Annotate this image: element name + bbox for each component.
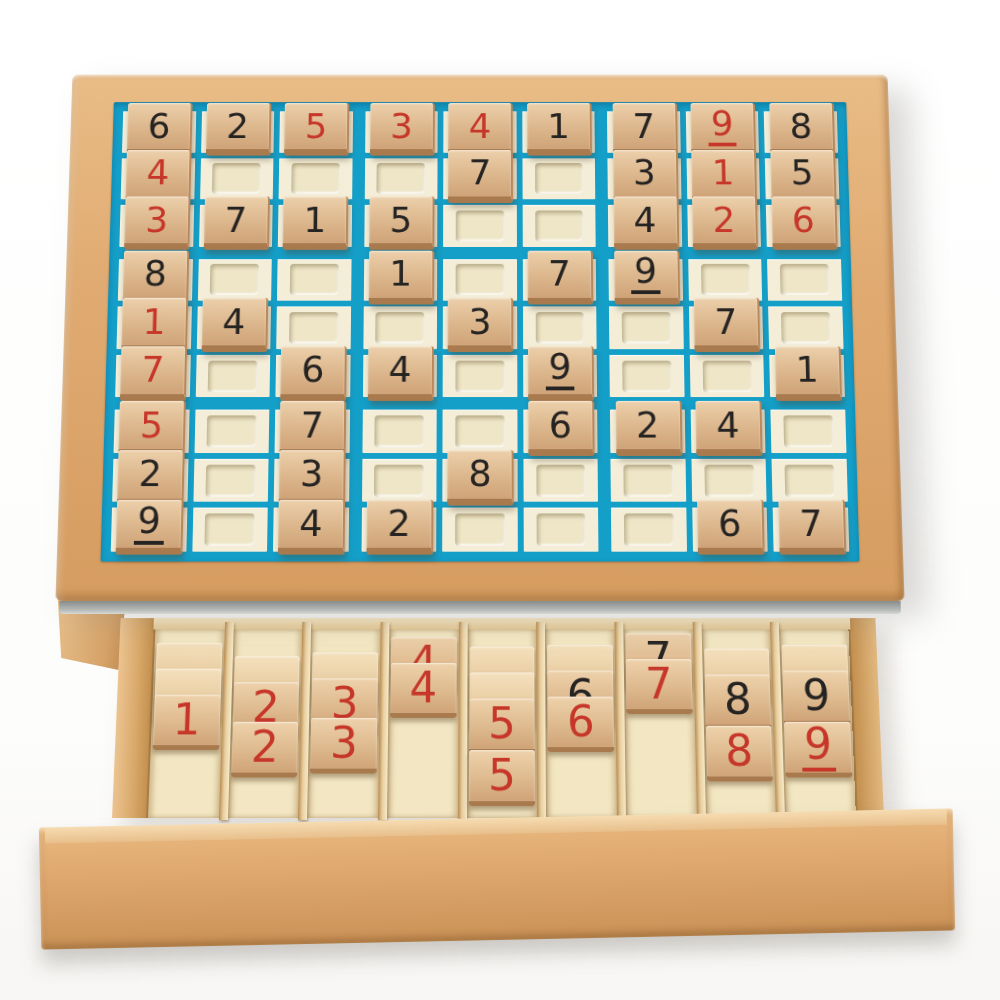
- cell-r9c9[interactable]: 7: [773, 508, 849, 552]
- tile-digit: 6: [546, 408, 575, 444]
- tile-digit: 4: [713, 408, 743, 444]
- empty-cell-recess: [622, 312, 671, 343]
- tile-digit: 3: [387, 109, 416, 143]
- number-tile-4[interactable]: 4: [201, 298, 268, 352]
- cell-r5c7[interactable]: [609, 307, 683, 349]
- cell-r8c9[interactable]: [772, 459, 848, 502]
- cell-r4c7[interactable]: 9: [609, 259, 683, 301]
- number-tile-7[interactable]: 7: [120, 346, 187, 400]
- cell-r1c3[interactable]: 5: [279, 111, 352, 152]
- tile-digit: 9: [800, 723, 835, 772]
- tile-digit: 4: [466, 109, 494, 143]
- tile-digit: 8: [141, 257, 171, 292]
- empty-cell-recess: [535, 312, 584, 343]
- number-tile-3[interactable]: 3: [613, 150, 678, 203]
- cell-r9c1[interactable]: 9: [111, 508, 187, 552]
- empty-cell-recess: [536, 514, 586, 546]
- tile-digit: 9: [134, 503, 164, 545]
- cell-r9c4[interactable]: 2: [361, 508, 436, 552]
- drawer-tile-6[interactable]: 6: [548, 697, 614, 752]
- cell-r1c2[interactable]: 2: [201, 111, 275, 152]
- number-tile-1[interactable]: 1: [283, 197, 349, 250]
- cell-r1c6[interactable]: 1: [522, 111, 595, 152]
- cell-r2c1[interactable]: 4: [121, 158, 195, 199]
- drawer-slot-7[interactable]: 77: [623, 629, 696, 818]
- tile-digit: 7: [297, 408, 327, 444]
- cell-r7c3[interactable]: 7: [275, 410, 350, 453]
- grid-panel: 6254371341757983154268147617349971572394…: [101, 102, 860, 561]
- cell-r4c3[interactable]: [277, 259, 351, 301]
- number-tile-4[interactable]: 4: [368, 346, 434, 400]
- number-tile-2[interactable]: 2: [615, 401, 682, 456]
- drawer-slot-4[interactable]: 44: [387, 629, 459, 818]
- cell-r4c5[interactable]: [443, 259, 517, 301]
- cell-r1c5[interactable]: 4: [444, 111, 517, 152]
- cell-r3c9[interactable]: 6: [766, 205, 840, 247]
- number-tile-7[interactable]: 7: [280, 401, 347, 456]
- number-tile-8[interactable]: 8: [123, 250, 190, 304]
- empty-cell-recess: [205, 514, 255, 546]
- drawer-slot-9[interactable]: 99: [779, 629, 856, 818]
- cell-r4c1[interactable]: 8: [118, 259, 193, 301]
- cell-r6c4[interactable]: 4: [363, 355, 437, 398]
- number-tile-3[interactable]: 3: [124, 197, 190, 250]
- cell-r5c2[interactable]: 4: [196, 307, 271, 349]
- empty-cell-recess: [535, 163, 583, 194]
- empty-cell-recess: [210, 264, 259, 295]
- tile-digit: 3: [630, 156, 659, 190]
- cell-r4c2[interactable]: [197, 259, 271, 301]
- cell-r2c4[interactable]: [364, 158, 437, 199]
- grid-box-9: 2467: [610, 410, 849, 552]
- number-tile-8[interactable]: 8: [448, 450, 514, 505]
- drawer-tile-3[interactable]: 3: [310, 718, 377, 774]
- empty-cell-recess: [290, 264, 339, 295]
- cell-r4c8[interactable]: [688, 259, 762, 301]
- tile-digit: 5: [485, 702, 519, 745]
- number-tile-6[interactable]: 6: [771, 197, 837, 250]
- tile-digit: 7: [642, 663, 676, 705]
- cell-r7c6[interactable]: 6: [523, 410, 598, 453]
- number-tile-7[interactable]: 7: [612, 103, 677, 155]
- cell-r2c9[interactable]: 5: [765, 158, 839, 199]
- cell-r6c2[interactable]: [195, 355, 270, 398]
- tile-drawer[interactable]: 12233445566778899: [112, 618, 884, 818]
- number-tile-3[interactable]: 3: [279, 450, 346, 505]
- tile-digit: 5: [485, 754, 519, 797]
- drawer-tile-9[interactable]: 9: [783, 671, 851, 726]
- number-tile-3[interactable]: 3: [370, 103, 435, 155]
- cell-r5c4[interactable]: [363, 307, 437, 349]
- tile-digit: 4: [143, 156, 172, 190]
- cell-r6c1[interactable]: 7: [115, 355, 190, 398]
- cell-r7c2[interactable]: [194, 410, 269, 453]
- cell-r2c6[interactable]: [522, 158, 595, 199]
- drawer-slot-8[interactable]: 88: [701, 629, 776, 818]
- grid-box-2: 34175: [364, 111, 596, 246]
- cell-r4c6[interactable]: 7: [523, 259, 597, 301]
- tile-digit: 3: [327, 722, 361, 765]
- tile-digit: 3: [142, 203, 172, 238]
- empty-cell-recess: [374, 464, 424, 496]
- tile-digit: 8: [720, 678, 755, 721]
- tile-digit: 7: [138, 352, 168, 387]
- cell-r8c5[interactable]: 8: [443, 459, 518, 502]
- empty-cell-recess: [456, 264, 505, 295]
- number-tile-4[interactable]: 4: [278, 499, 345, 555]
- tile-digit: 9: [545, 349, 574, 390]
- tile-digit: 2: [709, 203, 738, 238]
- cell-r6c5[interactable]: [443, 355, 517, 398]
- tile-digit: 6: [564, 700, 598, 743]
- number-tile-6[interactable]: 6: [127, 103, 193, 155]
- cell-r7c4[interactable]: [362, 410, 437, 453]
- number-tile-2[interactable]: 2: [692, 197, 758, 250]
- tile-digit: 5: [787, 156, 816, 190]
- empty-cell-recess: [377, 163, 425, 194]
- number-tile-7[interactable]: 7: [778, 499, 846, 555]
- number-tile-2[interactable]: 2: [366, 499, 433, 555]
- cell-r4c4[interactable]: 1: [363, 259, 437, 301]
- drawer-slot-6[interactable]: 66: [545, 629, 617, 818]
- cell-r6c8[interactable]: [690, 355, 765, 398]
- tile-digit: 8: [722, 730, 757, 773]
- number-tile-6[interactable]: 6: [281, 346, 347, 400]
- tile-digit: 9: [631, 254, 660, 295]
- cell-r2c5[interactable]: 7: [443, 158, 516, 199]
- tile-digit: 8: [465, 456, 494, 492]
- cell-r5c3[interactable]: [276, 307, 350, 349]
- cell-r1c4[interactable]: 3: [365, 111, 438, 152]
- tile-digit: 9: [799, 674, 834, 716]
- cell-r8c1[interactable]: 2: [112, 459, 188, 502]
- empty-cell-recess: [207, 415, 257, 447]
- number-tile-9[interactable]: 9: [528, 346, 594, 400]
- number-tile-3[interactable]: 3: [448, 298, 514, 352]
- drawer-slots: 12233445566778899: [148, 629, 856, 818]
- cell-r9c7[interactable]: [611, 508, 687, 552]
- empty-cell-recess: [622, 360, 671, 392]
- empty-cell-recess: [784, 415, 834, 447]
- empty-cell-recess: [291, 163, 340, 194]
- cell-r1c8[interactable]: 9: [686, 111, 760, 152]
- number-tile-1[interactable]: 1: [369, 250, 435, 304]
- number-tile-5[interactable]: 5: [119, 401, 186, 456]
- tile-digit: 6: [715, 506, 745, 542]
- empty-cell-recess: [456, 210, 504, 241]
- cell-r3c6[interactable]: [522, 205, 596, 247]
- cell-r3c1[interactable]: 3: [119, 205, 193, 247]
- tile-digit: 4: [296, 506, 326, 542]
- tile-digit: 7: [221, 203, 250, 238]
- number-tile-1[interactable]: 1: [691, 150, 757, 203]
- cell-r2c8[interactable]: 1: [686, 158, 760, 199]
- cell-r3c5[interactable]: [443, 205, 516, 247]
- empty-cell-recess: [208, 360, 258, 392]
- number-tile-8[interactable]: 8: [769, 103, 835, 155]
- number-tile-4[interactable]: 4: [613, 197, 679, 250]
- empty-cell-recess: [536, 464, 586, 496]
- cell-r6c6[interactable]: 9: [523, 355, 597, 398]
- cell-r7c8[interactable]: 4: [691, 410, 766, 453]
- drawer-slot-1[interactable]: 1: [148, 629, 225, 818]
- cell-r5c9[interactable]: [769, 307, 844, 349]
- number-tile-1[interactable]: 1: [527, 103, 592, 155]
- cell-r6c3[interactable]: 6: [276, 355, 351, 398]
- tile-digit: 1: [709, 156, 738, 190]
- grid-box-6: 971: [609, 259, 845, 398]
- number-tile-2[interactable]: 2: [117, 450, 185, 505]
- tile-digit: 1: [544, 109, 573, 143]
- empty-cell-recess: [376, 312, 425, 343]
- tile-digit: 8: [786, 109, 815, 143]
- grid-box-1: 6254371: [119, 111, 352, 246]
- cell-r6c7[interactable]: [610, 355, 685, 398]
- tile-digit: 1: [139, 304, 169, 339]
- tile-digit: 7: [466, 156, 495, 190]
- empty-cell-recess: [704, 464, 754, 496]
- cell-r2c2[interactable]: [200, 158, 274, 199]
- cell-r3c3[interactable]: 1: [278, 205, 352, 247]
- tile-digit: 1: [300, 203, 329, 238]
- number-tile-1[interactable]: 1: [122, 298, 189, 352]
- number-tile-7[interactable]: 7: [694, 298, 761, 352]
- number-tile-4[interactable]: 4: [696, 401, 763, 456]
- board-bottom-edge: [59, 601, 901, 614]
- number-tile-5[interactable]: 5: [369, 197, 434, 250]
- empty-cell-recess: [212, 163, 261, 194]
- number-tile-7[interactable]: 7: [528, 250, 594, 304]
- cell-r5c8[interactable]: 7: [689, 307, 764, 349]
- cell-r8c4[interactable]: [362, 459, 437, 502]
- drawer-slot-2[interactable]: 22: [228, 629, 303, 818]
- cell-r9c2[interactable]: [192, 508, 268, 552]
- tile-digit: 1: [386, 257, 415, 292]
- number-tile-9[interactable]: 9: [116, 499, 184, 555]
- cell-r1c1[interactable]: 6: [122, 111, 196, 152]
- tile-digit: 4: [630, 203, 659, 238]
- tile-digit: 6: [788, 203, 818, 238]
- grid-box-5: 17349: [363, 259, 598, 398]
- tile-digit: 7: [629, 109, 658, 143]
- tile-digit: 2: [135, 456, 165, 492]
- number-tile-1[interactable]: 1: [775, 346, 842, 400]
- empty-cell-recess: [455, 514, 505, 546]
- number-tile-6[interactable]: 6: [697, 499, 765, 555]
- number-tile-5[interactable]: 5: [284, 103, 349, 155]
- cell-r8c7[interactable]: [611, 459, 686, 502]
- cell-r9c6[interactable]: [523, 508, 598, 552]
- cell-r2c3[interactable]: [279, 158, 353, 199]
- tile-digit: 1: [792, 352, 822, 387]
- cell-r3c7[interactable]: 4: [608, 205, 682, 247]
- cell-r8c3[interactable]: 3: [274, 459, 349, 502]
- empty-cell-recess: [289, 312, 338, 343]
- cell-r1c7[interactable]: 7: [607, 111, 680, 152]
- tile-digit: 2: [247, 726, 282, 769]
- tile-digit: 3: [465, 304, 494, 339]
- drawer-front-panel[interactable]: [39, 808, 955, 949]
- sudoku-grid: 6254371341757983154268147617349971572394…: [111, 111, 849, 551]
- tile-digit: 7: [796, 506, 826, 542]
- cell-r7c9[interactable]: [771, 410, 847, 453]
- grid-box-3: 798315426: [607, 111, 840, 246]
- cell-r5c1[interactable]: 1: [116, 307, 191, 349]
- drawer-tile-4[interactable]: 4: [390, 663, 456, 718]
- grid-box-7: 572394: [111, 410, 350, 552]
- cell-r3c8[interactable]: 2: [687, 205, 761, 247]
- cell-r4c9[interactable]: [767, 259, 842, 301]
- tile-digit: 6: [298, 352, 327, 387]
- empty-cell-recess: [624, 464, 674, 496]
- tile-digit: 2: [223, 109, 252, 143]
- empty-cell-recess: [624, 514, 674, 546]
- cell-r3c4[interactable]: 5: [364, 205, 438, 247]
- empty-cell-recess: [206, 464, 256, 496]
- tile-digit: 5: [302, 109, 331, 143]
- tile-digit: 2: [384, 506, 414, 542]
- tile-digit: 7: [545, 257, 574, 292]
- tile-digit: 3: [297, 456, 327, 492]
- tile-digit: 5: [136, 408, 166, 444]
- tile-digit: 2: [633, 408, 663, 444]
- empty-cell-recess: [455, 360, 504, 392]
- drawer-tile-8[interactable]: 8: [704, 674, 771, 729]
- tile-digit: 6: [144, 109, 173, 143]
- number-tile-4[interactable]: 4: [449, 103, 514, 155]
- cell-r3c2[interactable]: 7: [199, 205, 273, 247]
- cell-r8c8[interactable]: [691, 459, 767, 502]
- cell-r6c9[interactable]: 1: [770, 355, 845, 398]
- number-tile-2[interactable]: 2: [206, 103, 272, 155]
- drawer-tile-8[interactable]: 8: [706, 726, 773, 782]
- cell-r5c5[interactable]: 3: [443, 307, 517, 349]
- number-tile-6[interactable]: 6: [528, 401, 594, 456]
- drawer-tile-9[interactable]: 9: [784, 722, 852, 778]
- cell-r7c5[interactable]: [443, 410, 518, 453]
- empty-cell-recess: [780, 264, 829, 295]
- number-tile-7[interactable]: 7: [204, 197, 270, 250]
- empty-cell-recess: [785, 464, 835, 496]
- tile-digit: 1: [169, 699, 204, 742]
- drawer-tile-5[interactable]: 5: [469, 750, 535, 806]
- tile-digit: 4: [406, 667, 440, 709]
- empty-cell-recess: [781, 312, 831, 343]
- tile-digit: 7: [711, 304, 741, 339]
- empty-cell-recess: [702, 360, 752, 392]
- empty-cell-recess: [701, 264, 750, 295]
- tile-digit: 5: [386, 203, 415, 238]
- cell-r9c5[interactable]: [442, 508, 517, 552]
- number-tile-7[interactable]: 7: [449, 150, 514, 203]
- cell-r5c6[interactable]: [523, 307, 597, 349]
- drawer-tile-5[interactable]: 5: [469, 699, 535, 754]
- grid-box-4: 81476: [115, 259, 351, 398]
- cell-r7c7[interactable]: 2: [610, 410, 685, 453]
- empty-cell-recess: [375, 415, 424, 447]
- drawer-slot-5[interactable]: 55: [467, 629, 538, 818]
- number-tile-4[interactable]: 4: [126, 150, 192, 203]
- empty-cell-recess: [535, 210, 584, 241]
- cell-r9c3[interactable]: 4: [273, 508, 349, 552]
- number-tile-5[interactable]: 5: [770, 150, 836, 203]
- tile-digit: 4: [385, 352, 414, 387]
- empty-cell-recess: [455, 415, 504, 447]
- cell-r7c1[interactable]: 5: [114, 410, 190, 453]
- cell-r9c8[interactable]: 6: [692, 508, 768, 552]
- drawer-back-rail: [153, 618, 850, 629]
- cell-r2c7[interactable]: 3: [608, 158, 682, 199]
- cell-r1c9[interactable]: 8: [764, 111, 838, 152]
- drawer-tile-7[interactable]: 7: [626, 659, 692, 714]
- drawer-tile-2[interactable]: 2: [231, 722, 298, 778]
- cell-r8c2[interactable]: [193, 459, 269, 502]
- number-tile-9[interactable]: 9: [691, 103, 757, 155]
- cell-r8c6[interactable]: [523, 459, 598, 502]
- tile-digit: 4: [219, 304, 249, 339]
- grid-box-8: 682: [361, 410, 599, 552]
- tile-digit: 9: [708, 106, 737, 146]
- drawer-tile-1[interactable]: 1: [153, 695, 221, 750]
- drawer-slot-3[interactable]: 33: [307, 629, 380, 818]
- sudoku-board-box: 6254371341757983154268147617349971572394…: [55, 75, 905, 614]
- number-tile-9[interactable]: 9: [614, 250, 680, 304]
